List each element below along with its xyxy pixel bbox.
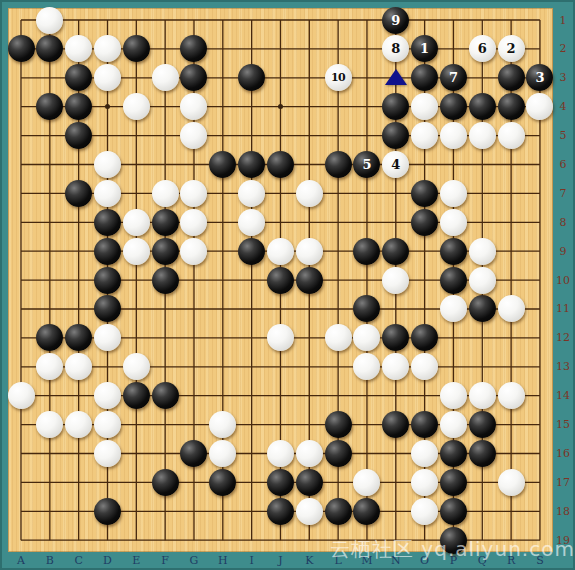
row-label: 7: [551, 179, 575, 208]
row-label: 1: [551, 6, 575, 35]
black-stone-cell: [93, 497, 122, 526]
column-label: G: [180, 552, 209, 569]
row-label: 19: [551, 526, 575, 555]
white-stone: [325, 324, 352, 351]
move-number-label: 10: [331, 72, 345, 83]
black-stone-cell: 3: [526, 63, 555, 92]
black-stone-cell: [93, 237, 122, 266]
black-stone-cell: 1: [410, 34, 439, 63]
white-stone-cell: [439, 295, 468, 324]
black-stone-cell: [208, 150, 237, 179]
white-stone-cell: [381, 352, 410, 381]
black-stone-cell: [64, 323, 93, 352]
white-stone-cell: [353, 468, 382, 497]
white-stone-cell: [497, 295, 526, 324]
row-label: 2: [551, 34, 575, 63]
white-stone: 6: [469, 35, 496, 62]
black-stone: [180, 440, 207, 467]
black-stone: [325, 411, 352, 438]
white-stone: [238, 180, 265, 207]
row-labels: 12345678910111213141516171819: [551, 6, 575, 555]
black-stone: [382, 238, 409, 265]
white-stone: [498, 469, 525, 496]
white-stone: [94, 324, 121, 351]
black-stone: 3: [526, 64, 553, 91]
white-stone: [65, 411, 92, 438]
black-stone: [238, 64, 265, 91]
black-stone-cell: [35, 323, 64, 352]
white-stone-cell: [122, 237, 151, 266]
black-stone-cell: [468, 410, 497, 439]
white-stone: [440, 209, 467, 236]
white-stone: [94, 180, 121, 207]
marker-cell: [381, 63, 410, 92]
white-stone-cell: [410, 497, 439, 526]
white-stone: [267, 324, 294, 351]
white-stone: 4: [382, 151, 409, 178]
black-stone-cell: [35, 92, 64, 121]
white-stone: [411, 469, 438, 496]
white-stone: [411, 122, 438, 149]
black-stone-cell: [122, 381, 151, 410]
black-stone: [382, 411, 409, 438]
black-stone: [94, 209, 121, 236]
white-stone-cell: [497, 381, 526, 410]
black-stone: [411, 209, 438, 236]
white-stone-cell: [295, 179, 324, 208]
white-stone: [180, 209, 207, 236]
white-stone-cell: [410, 92, 439, 121]
column-label: H: [208, 552, 237, 569]
white-stone-cell: [497, 468, 526, 497]
black-stone-cell: [324, 439, 353, 468]
white-stone: [180, 93, 207, 120]
black-stone: [469, 411, 496, 438]
white-stone: [36, 411, 63, 438]
black-stone: [94, 295, 121, 322]
white-stone: [123, 209, 150, 236]
white-stone-cell: [266, 323, 295, 352]
white-stone-cell: [122, 92, 151, 121]
black-stone: [440, 498, 467, 525]
white-stone: [469, 382, 496, 409]
white-stone-cell: [410, 121, 439, 150]
black-stone: [180, 64, 207, 91]
white-stone: 2: [498, 35, 525, 62]
black-stone: [440, 267, 467, 294]
black-stone-cell: [151, 208, 180, 237]
black-stone-cell: [266, 497, 295, 526]
white-stone: [440, 382, 467, 409]
white-stone: [267, 440, 294, 467]
white-stone: [296, 498, 323, 525]
black-stone: [123, 35, 150, 62]
black-stone: 9: [382, 7, 409, 34]
white-stone-cell: [180, 208, 209, 237]
white-stone-cell: [410, 439, 439, 468]
row-label: 12: [551, 323, 575, 352]
black-stone-cell: [151, 266, 180, 295]
white-stone: [94, 151, 121, 178]
black-stone-cell: [64, 121, 93, 150]
white-stone-cell: [410, 468, 439, 497]
black-stone: [469, 295, 496, 322]
white-stone: [498, 122, 525, 149]
white-stone-cell: [439, 208, 468, 237]
white-stone-cell: [7, 381, 36, 410]
black-stone-cell: [7, 34, 36, 63]
black-stone: [267, 469, 294, 496]
black-stone: 5: [353, 151, 380, 178]
column-label: S: [526, 552, 555, 569]
black-stone-cell: [439, 92, 468, 121]
white-stone-cell: [93, 179, 122, 208]
white-stone: [353, 353, 380, 380]
white-stone: [526, 93, 553, 120]
move-number-label: 6: [478, 42, 487, 55]
black-stone-cell: [237, 237, 266, 266]
black-stone-cell: [295, 468, 324, 497]
black-stone-cell: [93, 266, 122, 295]
black-stone: [440, 469, 467, 496]
white-stone: [123, 353, 150, 380]
black-stone-cell: [180, 439, 209, 468]
star-point: [266, 92, 295, 121]
black-stone: [267, 498, 294, 525]
black-stone: [469, 440, 496, 467]
white-stone: 10: [325, 64, 352, 91]
black-stone: [353, 295, 380, 322]
black-stone-cell: [324, 497, 353, 526]
white-stone: [36, 7, 63, 34]
black-stone: [152, 238, 179, 265]
black-stone: [36, 35, 63, 62]
black-stone: [152, 209, 179, 236]
black-stone: [382, 93, 409, 120]
black-stone-cell: [439, 266, 468, 295]
column-label: C: [64, 552, 93, 569]
black-stone-cell: [439, 468, 468, 497]
black-stone: [382, 122, 409, 149]
black-stone-cell: [324, 410, 353, 439]
column-label: B: [35, 552, 64, 569]
white-stone: [353, 469, 380, 496]
black-stone-cell: [64, 179, 93, 208]
black-stone-cell: [468, 439, 497, 468]
white-stone-cell: [497, 121, 526, 150]
black-stone: [440, 440, 467, 467]
black-stone-cell: [151, 381, 180, 410]
black-stone: [238, 238, 265, 265]
black-stone: [238, 151, 265, 178]
white-stone: 8: [382, 35, 409, 62]
row-label: 13: [551, 352, 575, 381]
black-stone: [209, 469, 236, 496]
black-stone-cell: [497, 63, 526, 92]
white-stone-cell: 10: [324, 63, 353, 92]
black-stone: [411, 324, 438, 351]
white-stone-cell: [439, 410, 468, 439]
white-stone: [94, 64, 121, 91]
white-stone-cell: [93, 439, 122, 468]
row-label: 15: [551, 410, 575, 439]
black-stone: [411, 411, 438, 438]
white-stone-cell: [180, 121, 209, 150]
white-stone: [469, 122, 496, 149]
white-stone-cell: 6: [468, 34, 497, 63]
black-stone-cell: [266, 266, 295, 295]
row-label: 17: [551, 468, 575, 497]
column-label: D: [93, 552, 122, 569]
column-label: J: [266, 552, 295, 569]
black-stone: [123, 382, 150, 409]
row-label: 9: [551, 237, 575, 266]
column-label: I: [237, 552, 266, 569]
white-stone: [94, 35, 121, 62]
white-stone-cell: [468, 237, 497, 266]
black-stone-cell: [353, 295, 382, 324]
black-stone-cell: [151, 468, 180, 497]
white-stone: [296, 180, 323, 207]
column-label: N: [381, 552, 410, 569]
black-stone-cell: [266, 150, 295, 179]
white-stone: [382, 353, 409, 380]
row-label: 5: [551, 121, 575, 150]
move-number-label: 8: [391, 42, 400, 55]
white-stone: [65, 35, 92, 62]
column-label: L: [324, 552, 353, 569]
white-stone: [209, 411, 236, 438]
white-stone-cell: [180, 237, 209, 266]
black-stone: [36, 324, 63, 351]
white-stone-cell: [410, 352, 439, 381]
black-stone: [325, 151, 352, 178]
white-stone-cell: [93, 381, 122, 410]
white-stone-cell: 2: [497, 34, 526, 63]
row-label: 16: [551, 439, 575, 468]
black-stone: [152, 382, 179, 409]
white-stone-cell: [295, 439, 324, 468]
white-stone-cell: [526, 92, 555, 121]
black-stone-cell: [151, 237, 180, 266]
white-stone-cell: [208, 439, 237, 468]
black-stone-cell: [353, 497, 382, 526]
black-stone-cell: 5: [353, 150, 382, 179]
black-stone-cell: 9: [381, 6, 410, 35]
white-stone-cell: [93, 410, 122, 439]
white-stone-cell: [439, 179, 468, 208]
black-stone-cell: [468, 295, 497, 324]
white-stone: [353, 324, 380, 351]
black-stone: [469, 93, 496, 120]
white-stone-cell: [381, 266, 410, 295]
black-stone: [94, 498, 121, 525]
black-stone: [325, 498, 352, 525]
white-stone-cell: [64, 410, 93, 439]
white-stone: [411, 93, 438, 120]
black-stone-cell: [35, 34, 64, 63]
row-label: 4: [551, 92, 575, 121]
white-stone: [440, 295, 467, 322]
white-stone: [36, 353, 63, 380]
column-label: F: [151, 552, 180, 569]
row-label: 11: [551, 295, 575, 324]
white-stone-cell: [237, 179, 266, 208]
white-stone: [238, 209, 265, 236]
black-stone: [65, 64, 92, 91]
move-number-label: 2: [507, 42, 516, 55]
white-stone: [94, 382, 121, 409]
row-label: 3: [551, 63, 575, 92]
row-label: 8: [551, 208, 575, 237]
white-stone-cell: 4: [381, 150, 410, 179]
black-stone: [353, 238, 380, 265]
black-stone-cell: [381, 323, 410, 352]
black-stone-cell: [381, 92, 410, 121]
black-stone: [267, 151, 294, 178]
black-stone-cell: [208, 468, 237, 497]
board-grid: 91735862104: [7, 6, 555, 555]
black-stone-cell: [410, 179, 439, 208]
white-stone-cell: [64, 34, 93, 63]
black-stone: [296, 469, 323, 496]
move-number-label: 3: [535, 71, 544, 84]
white-stone-cell: [266, 439, 295, 468]
white-stone-cell: [468, 266, 497, 295]
black-stone: [180, 35, 207, 62]
white-stone: [411, 353, 438, 380]
white-stone: [469, 238, 496, 265]
move-number-label: 9: [391, 14, 400, 27]
white-stone-cell: [266, 237, 295, 266]
star-point-dot: [278, 104, 283, 109]
white-stone: [440, 180, 467, 207]
black-stone-cell: [64, 63, 93, 92]
black-stone-cell: [353, 237, 382, 266]
black-stone-cell: [410, 208, 439, 237]
row-label: 10: [551, 266, 575, 295]
black-stone-cell: [497, 92, 526, 121]
white-stone: [498, 295, 525, 322]
move-number-label: 1: [420, 42, 429, 55]
column-label: R: [497, 552, 526, 569]
white-stone: [382, 267, 409, 294]
black-stone-cell: [381, 237, 410, 266]
white-stone: [180, 238, 207, 265]
white-stone: [296, 238, 323, 265]
black-stone-cell: [64, 92, 93, 121]
white-stone: [209, 440, 236, 467]
column-label: K: [295, 552, 324, 569]
black-stone-cell: [93, 208, 122, 237]
black-stone-cell: 7: [439, 63, 468, 92]
white-stone: [94, 411, 121, 438]
white-stone-cell: [468, 121, 497, 150]
black-stone: 7: [440, 64, 467, 91]
black-stone: [152, 469, 179, 496]
white-stone-cell: [468, 381, 497, 410]
black-stone: [65, 122, 92, 149]
black-stone-cell: [439, 526, 468, 555]
white-stone: [94, 440, 121, 467]
black-stone: [65, 324, 92, 351]
white-stone: [469, 267, 496, 294]
black-stone-cell: [439, 237, 468, 266]
white-stone-cell: [353, 352, 382, 381]
row-label: 6: [551, 150, 575, 179]
black-stone: [382, 324, 409, 351]
white-stone-cell: [439, 121, 468, 150]
triangle-marker-icon: [385, 69, 407, 85]
white-stone: [123, 93, 150, 120]
white-stone-cell: [122, 352, 151, 381]
black-stone-cell: [237, 150, 266, 179]
white-stone-cell: [93, 323, 122, 352]
star-point: [93, 92, 122, 121]
white-stone-cell: [208, 410, 237, 439]
white-stone-cell: [295, 237, 324, 266]
column-label: M: [353, 552, 382, 569]
white-stone-cell: [295, 497, 324, 526]
white-stone-cell: [324, 323, 353, 352]
black-stone-cell: [93, 295, 122, 324]
black-stone-cell: [410, 323, 439, 352]
white-stone-cell: [93, 63, 122, 92]
black-stone-cell: [122, 34, 151, 63]
black-stone-cell: [180, 34, 209, 63]
black-stone: [440, 238, 467, 265]
white-stone: [440, 122, 467, 149]
black-stone: [296, 267, 323, 294]
white-stone: [180, 180, 207, 207]
white-stone-cell: [122, 208, 151, 237]
row-label: 18: [551, 497, 575, 526]
white-stone-cell: [93, 150, 122, 179]
white-stone: [498, 382, 525, 409]
black-stone: [94, 267, 121, 294]
black-stone-cell: [381, 121, 410, 150]
white-stone-cell: [64, 352, 93, 381]
black-stone: [65, 180, 92, 207]
white-stone: [65, 353, 92, 380]
black-stone-cell: [295, 266, 324, 295]
black-stone-cell: [410, 63, 439, 92]
black-stone: [36, 93, 63, 120]
black-stone: [411, 64, 438, 91]
black-stone: [498, 93, 525, 120]
black-stone: [65, 93, 92, 120]
row-label: 14: [551, 381, 575, 410]
white-stone-cell: 8: [381, 34, 410, 63]
black-stone-cell: [468, 92, 497, 121]
black-stone: [353, 498, 380, 525]
black-stone: [267, 267, 294, 294]
white-stone: [180, 122, 207, 149]
white-stone: [411, 440, 438, 467]
white-stone-cell: [439, 381, 468, 410]
white-stone: [152, 64, 179, 91]
black-stone: [498, 64, 525, 91]
move-number-label: 7: [449, 71, 458, 84]
black-stone: [325, 440, 352, 467]
column-label: A: [7, 552, 36, 569]
black-stone-cell: [439, 497, 468, 526]
black-stone-cell: [237, 63, 266, 92]
white-stone: [123, 238, 150, 265]
star-point-dot: [105, 104, 110, 109]
column-label: E: [122, 552, 151, 569]
go-diagram-frame: 91735862104 ABCDEFGHIJKLMNOPQRS 12345678…: [0, 0, 575, 570]
